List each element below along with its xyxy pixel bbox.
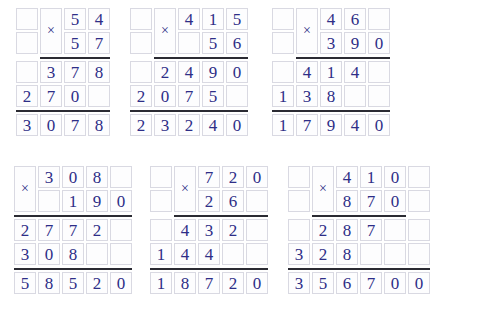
p3-rule-2 xyxy=(272,110,390,112)
p4-times-sign: × xyxy=(14,166,36,212)
p1-cell-r5c4: 8 xyxy=(88,114,110,136)
p5-cell-r5c2: 8 xyxy=(174,272,196,294)
p5-cell-r4c5 xyxy=(246,243,268,265)
p2-rule-1 xyxy=(154,57,248,59)
p4-cell-r4c4 xyxy=(86,243,108,265)
p5-cell-r2c1 xyxy=(150,190,172,212)
p4-cell-r4c5 xyxy=(110,243,132,265)
p2-cell-r5c3: 2 xyxy=(178,114,200,136)
p3-cell-r4c5 xyxy=(368,85,390,107)
p3-cell-r5c1: 1 xyxy=(272,114,294,136)
problem-4: ×308190277230858520 xyxy=(14,166,132,294)
p3-cell-r2c5: 0 xyxy=(368,32,390,54)
p4-cell-r1c5 xyxy=(110,166,132,188)
p5-cell-r5c3: 7 xyxy=(198,272,220,294)
p4-cell-r5c2: 8 xyxy=(38,272,60,294)
p3-cell-r3c3: 1 xyxy=(320,61,342,83)
p3-times-sign: × xyxy=(296,8,318,54)
p5-cell-r2c3: 2 xyxy=(198,190,220,212)
p5-cell-r1c4: 2 xyxy=(222,166,244,188)
p1-rule-2 xyxy=(16,110,110,112)
p5-cell-r4c1: 1 xyxy=(150,243,172,265)
problem-5: ×7202643214418720 xyxy=(150,166,268,294)
p6-cell-r1c5: 0 xyxy=(384,166,406,188)
p3-cell-r2c1 xyxy=(272,32,294,54)
p4-cell-r5c3: 5 xyxy=(62,272,84,294)
p3-cell-r4c2: 3 xyxy=(296,85,318,107)
p6-cell-r1c6 xyxy=(408,166,430,188)
p2-cell-r5c4: 4 xyxy=(202,114,224,136)
p6-cell-r5c3: 6 xyxy=(336,272,358,294)
p4-cell-r4c1: 3 xyxy=(14,243,36,265)
p4-cell-r5c5: 0 xyxy=(110,272,132,294)
p3-cell-r2c4: 9 xyxy=(344,32,366,54)
p2-cell-r3c4: 9 xyxy=(202,61,224,83)
p4-cell-r4c3: 8 xyxy=(62,243,84,265)
p6-cell-r4c3: 8 xyxy=(336,243,358,265)
p5-cell-r3c4: 2 xyxy=(222,219,244,241)
p3-cell-r4c4 xyxy=(344,85,366,107)
p2-rule-2 xyxy=(130,110,248,112)
p5-cell-r1c5: 0 xyxy=(246,166,268,188)
p1-cell-r4c3: 0 xyxy=(64,85,86,107)
p6-cell-r5c4: 7 xyxy=(360,272,382,294)
p6-cell-r2c4: 7 xyxy=(360,190,382,212)
p1-cell-r5c3: 7 xyxy=(64,114,86,136)
p5-cell-r5c4: 2 xyxy=(222,272,244,294)
p2-cell-r3c3: 4 xyxy=(178,61,200,83)
p3-rule-1 xyxy=(296,57,390,59)
p5-cell-r2c5 xyxy=(246,190,268,212)
p3-cell-r3c5 xyxy=(368,61,390,83)
p6-cell-r5c1: 3 xyxy=(288,272,310,294)
p3-cell-r1c5 xyxy=(368,8,390,30)
p1-cell-r2c1 xyxy=(16,32,38,54)
p2-cell-r5c1: 2 xyxy=(130,114,152,136)
p6-cell-r2c3: 8 xyxy=(336,190,358,212)
p5-cell-r3c3: 3 xyxy=(198,219,220,241)
p1-cell-r2c4: 7 xyxy=(88,32,110,54)
p3-cell-r4c3: 8 xyxy=(320,85,342,107)
p2-cell-r5c2: 3 xyxy=(154,114,176,136)
p4-cell-r5c4: 2 xyxy=(86,272,108,294)
p2-cell-r4c5 xyxy=(226,85,248,107)
p2-times-sign: × xyxy=(154,8,176,54)
p5-cell-r4c2: 4 xyxy=(174,243,196,265)
p1-times-sign: × xyxy=(40,8,62,54)
p6-cell-r3c5 xyxy=(384,219,406,241)
p4-cell-r2c5: 0 xyxy=(110,190,132,212)
p6-cell-r1c3: 4 xyxy=(336,166,358,188)
p6-cell-r1c4: 1 xyxy=(360,166,382,188)
p4-cell-r1c2: 3 xyxy=(38,166,60,188)
p6-cell-r2c1 xyxy=(288,190,310,212)
p2-cell-r3c5: 0 xyxy=(226,61,248,83)
problem-2: ×415562490207523240 xyxy=(130,8,248,136)
p3-cell-r5c4: 4 xyxy=(344,114,366,136)
p1-cell-r5c1: 3 xyxy=(16,114,38,136)
p1-cell-r5c2: 0 xyxy=(40,114,62,136)
p2-cell-r3c2: 2 xyxy=(154,61,176,83)
problem-6: ×410870287328356700 xyxy=(288,166,430,294)
p3-cell-r2c3: 3 xyxy=(320,32,342,54)
p4-cell-r4c2: 0 xyxy=(38,243,60,265)
p3-cell-r3c4: 4 xyxy=(344,61,366,83)
p6-cell-r2c5: 0 xyxy=(384,190,406,212)
p2-cell-r2c3 xyxy=(178,32,200,54)
p5-cell-r2c4: 6 xyxy=(222,190,244,212)
p4-cell-r2c4: 9 xyxy=(86,190,108,212)
p4-cell-r3c1: 2 xyxy=(14,219,36,241)
p3-cell-r5c3: 9 xyxy=(320,114,342,136)
p4-rule-2 xyxy=(14,268,132,270)
p5-cell-r3c5 xyxy=(246,219,268,241)
p2-cell-r1c3: 4 xyxy=(178,8,200,30)
p5-cell-r5c1: 1 xyxy=(150,272,172,294)
p3-cell-r3c1 xyxy=(272,61,294,83)
p6-cell-r3c3: 8 xyxy=(336,219,358,241)
p6-rule-1 xyxy=(312,215,406,217)
p6-cell-r5c6: 0 xyxy=(408,272,430,294)
p2-cell-r4c2: 0 xyxy=(154,85,176,107)
p2-cell-r4c4: 5 xyxy=(202,85,224,107)
p2-cell-r4c3: 7 xyxy=(178,85,200,107)
p5-cell-r4c3: 4 xyxy=(198,243,220,265)
p6-cell-r2c6 xyxy=(408,190,430,212)
p6-cell-r4c5 xyxy=(384,243,406,265)
p4-cell-r2c3: 1 xyxy=(62,190,84,212)
p5-times-sign: × xyxy=(174,166,196,212)
problem-3: ×4639041413817940 xyxy=(272,8,390,136)
p5-cell-r1c3: 7 xyxy=(198,166,220,188)
p1-cell-r3c3: 7 xyxy=(64,61,86,83)
p1-cell-r2c3: 5 xyxy=(64,32,86,54)
p2-cell-r1c5: 5 xyxy=(226,8,248,30)
p2-cell-r3c1 xyxy=(130,61,152,83)
p6-rule-2 xyxy=(288,268,430,270)
p1-cell-r4c2: 7 xyxy=(40,85,62,107)
p1-rule-1 xyxy=(40,57,110,59)
p3-cell-r1c3: 4 xyxy=(320,8,342,30)
p5-cell-r3c1 xyxy=(150,219,172,241)
p3-cell-r5c5: 0 xyxy=(368,114,390,136)
p1-cell-r3c2: 3 xyxy=(40,61,62,83)
p3-cell-r1c1 xyxy=(272,8,294,30)
p4-rule-1 xyxy=(14,215,132,217)
p6-cell-r5c5: 0 xyxy=(384,272,406,294)
p1-cell-r1c1 xyxy=(16,8,38,30)
p4-cell-r2c2 xyxy=(38,190,60,212)
p4-cell-r3c2: 7 xyxy=(38,219,60,241)
p6-cell-r4c4 xyxy=(360,243,382,265)
p2-cell-r1c4: 1 xyxy=(202,8,224,30)
p1-cell-r4c1: 2 xyxy=(16,85,38,107)
p1-cell-r3c1 xyxy=(16,61,38,83)
p3-cell-r1c4: 6 xyxy=(344,8,366,30)
problem-1: ×54573782703078 xyxy=(16,8,110,136)
p6-cell-r3c2: 2 xyxy=(312,219,334,241)
p6-cell-r4c6 xyxy=(408,243,430,265)
p5-rule-2 xyxy=(150,268,268,270)
p6-cell-r1c1 xyxy=(288,166,310,188)
p4-cell-r3c5 xyxy=(110,219,132,241)
p2-cell-r2c1 xyxy=(130,32,152,54)
p6-cell-r3c1 xyxy=(288,219,310,241)
p3-cell-r3c2: 4 xyxy=(296,61,318,83)
p4-cell-r3c4: 2 xyxy=(86,219,108,241)
p6-cell-r4c1: 3 xyxy=(288,243,310,265)
p6-times-sign: × xyxy=(312,166,334,212)
p5-cell-r4c4 xyxy=(222,243,244,265)
p3-cell-r4c1: 1 xyxy=(272,85,294,107)
p2-cell-r1c1 xyxy=(130,8,152,30)
p1-cell-r1c3: 5 xyxy=(64,8,86,30)
p4-cell-r1c3: 0 xyxy=(62,166,84,188)
p5-cell-r1c1 xyxy=(150,166,172,188)
p6-cell-r3c6 xyxy=(408,219,430,241)
p2-cell-r4c1: 2 xyxy=(130,85,152,107)
p4-cell-r1c4: 8 xyxy=(86,166,108,188)
p2-cell-r2c5: 6 xyxy=(226,32,248,54)
multiplication-worksheet: ×54573782703078×415562490207523240×46390… xyxy=(0,0,500,330)
p3-cell-r5c2: 7 xyxy=(296,114,318,136)
p5-cell-r5c5: 0 xyxy=(246,272,268,294)
p2-cell-r2c4: 5 xyxy=(202,32,224,54)
p5-cell-r3c2: 4 xyxy=(174,219,196,241)
p6-cell-r3c4: 7 xyxy=(360,219,382,241)
p6-cell-r5c2: 5 xyxy=(312,272,334,294)
p4-cell-r5c1: 5 xyxy=(14,272,36,294)
p1-cell-r1c4: 4 xyxy=(88,8,110,30)
p1-cell-r4c4 xyxy=(88,85,110,107)
p5-rule-1 xyxy=(174,215,268,217)
p1-cell-r3c4: 8 xyxy=(88,61,110,83)
p2-cell-r5c5: 0 xyxy=(226,114,248,136)
p4-cell-r3c3: 7 xyxy=(62,219,84,241)
p6-cell-r4c2: 2 xyxy=(312,243,334,265)
